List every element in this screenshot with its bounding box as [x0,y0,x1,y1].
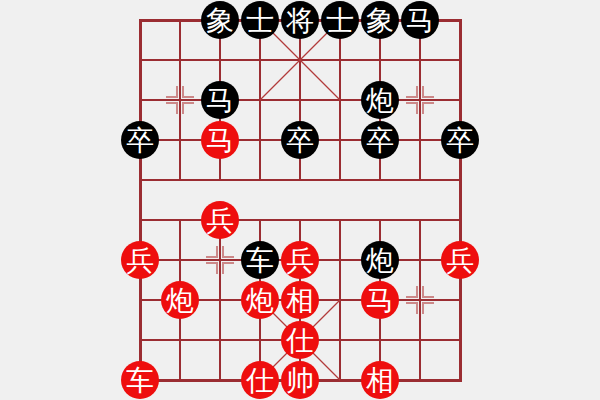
piece-red-elephant[interactable]: 相 [281,281,319,319]
piece-red-elephant[interactable]: 相 [361,361,399,399]
piece-black-soldier[interactable]: 卒 [361,121,399,159]
point-marker [165,85,195,115]
piece-red-general[interactable]: 帅 [281,361,319,399]
piece-red-soldier[interactable]: 兵 [441,241,479,279]
point-marker [205,245,235,275]
piece-black-soldier[interactable]: 卒 [441,121,479,159]
piece-black-horse[interactable]: 马 [401,1,439,39]
piece-red-advisor[interactable]: 仕 [241,361,279,399]
piece-black-advisor[interactable]: 士 [321,1,359,39]
piece-red-cannon[interactable]: 炮 [161,281,199,319]
piece-red-soldier[interactable]: 兵 [201,201,239,239]
piece-red-soldier[interactable]: 兵 [281,241,319,279]
piece-black-soldier[interactable]: 卒 [281,121,319,159]
piece-black-horse[interactable]: 马 [201,81,239,119]
piece-black-chariot[interactable]: 车 [241,241,279,279]
piece-black-elephant[interactable]: 象 [201,1,239,39]
piece-red-horse[interactable]: 马 [361,281,399,319]
point-marker [405,85,435,115]
board-intersections: 象士将士象马马炮卒卒卒卒车炮马兵兵兵兵炮炮相马仕车仕帅相 [120,0,480,400]
piece-black-cannon[interactable]: 炮 [361,241,399,279]
point-marker [405,285,435,315]
piece-black-soldier[interactable]: 卒 [121,121,159,159]
piece-red-horse[interactable]: 马 [201,121,239,159]
piece-red-chariot[interactable]: 车 [121,361,159,399]
piece-black-elephant[interactable]: 象 [361,1,399,39]
piece-black-general[interactable]: 将 [281,1,319,39]
piece-red-advisor[interactable]: 仕 [281,321,319,359]
xiangqi-board: 象士将士象马马炮卒卒卒卒车炮马兵兵兵兵炮炮相马仕车仕帅相 [0,0,600,400]
piece-red-soldier[interactable]: 兵 [121,241,159,279]
piece-black-advisor[interactable]: 士 [241,1,279,39]
piece-red-cannon[interactable]: 炮 [241,281,279,319]
piece-black-cannon[interactable]: 炮 [361,81,399,119]
